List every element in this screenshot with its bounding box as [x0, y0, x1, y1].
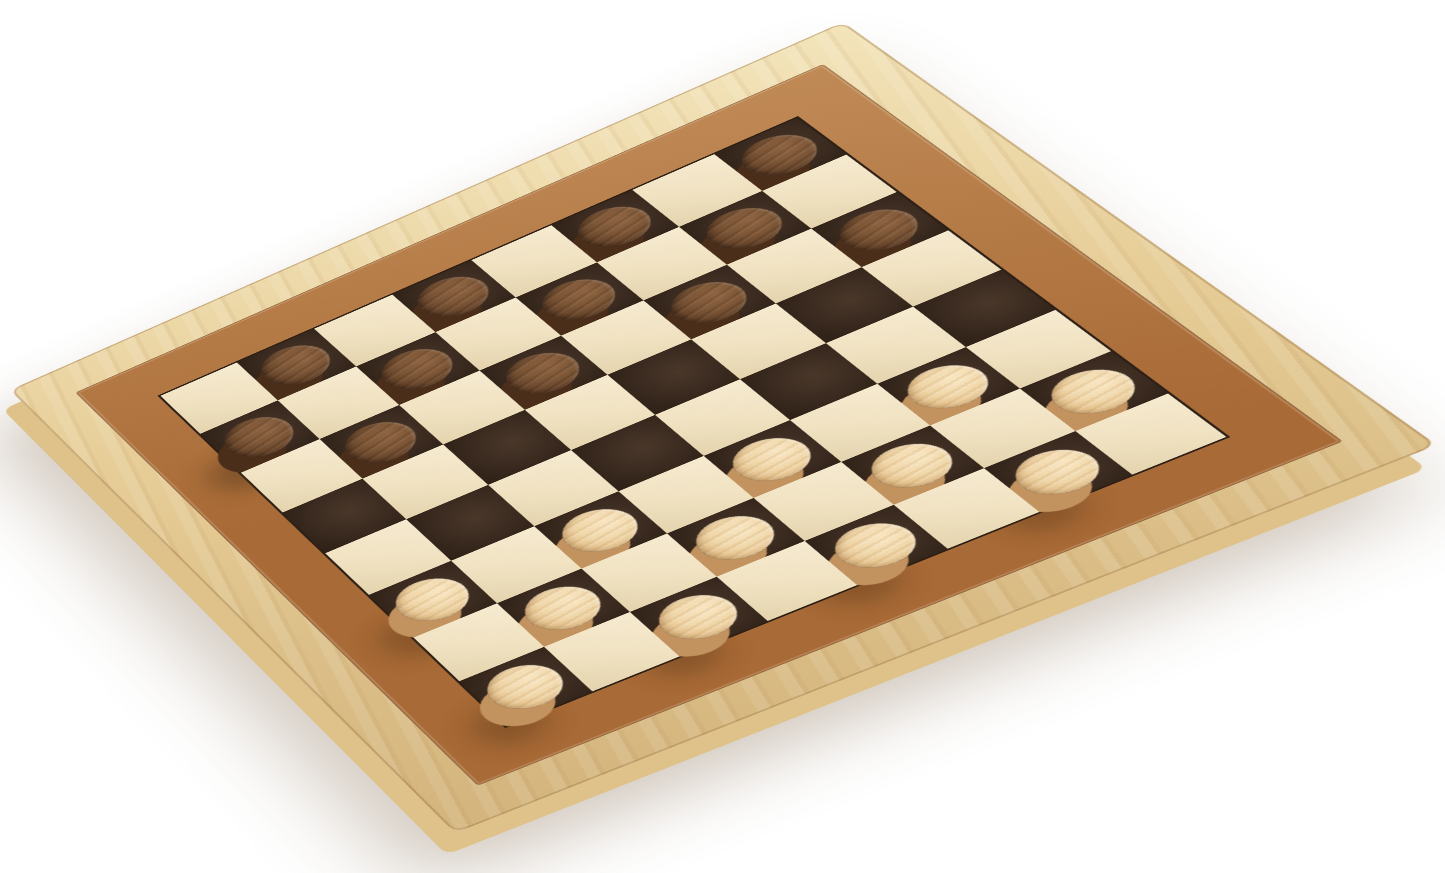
product-photo-scene	[0, 0, 1445, 873]
board-inner-border	[75, 64, 1343, 786]
checkers-board	[10, 22, 1437, 833]
checkerboard-grid	[157, 116, 1230, 728]
board-frame	[10, 22, 1437, 833]
